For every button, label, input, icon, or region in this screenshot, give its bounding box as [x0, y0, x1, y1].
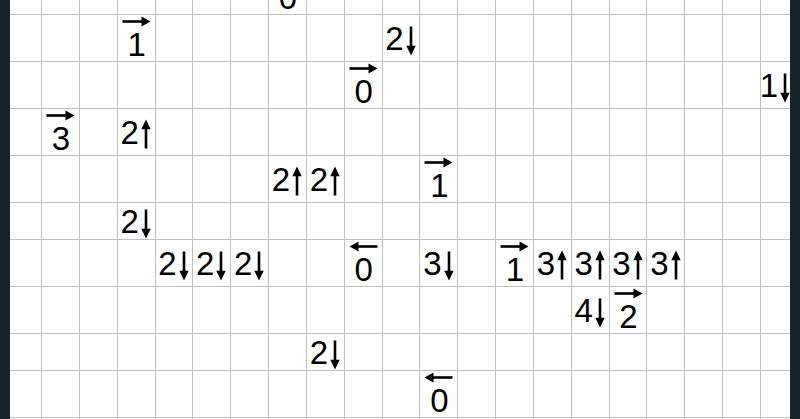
cell-r8-c15[interactable]: [572, 334, 609, 370]
clue-number: 3: [650, 247, 667, 280]
clue-number: 3: [537, 247, 554, 280]
clue-r7-c15: 4: [575, 292, 606, 328]
arrow-up-icon: [556, 250, 568, 281]
cell-r1-c20[interactable]: [761, 15, 790, 61]
cell-r6-c4[interactable]: 2: [156, 240, 193, 286]
cell-r8-c5[interactable]: [193, 334, 230, 370]
cell-r5-c0[interactable]: [10, 203, 41, 239]
cell-r3-c8[interactable]: [307, 109, 344, 155]
cell-r1-c18[interactable]: [685, 15, 722, 61]
arrow-up-icon: [329, 166, 341, 197]
cell-r0-c11[interactable]: [420, 0, 457, 14]
clue-r6-c16: 3: [612, 245, 643, 281]
cell-r3-c2[interactable]: [80, 109, 117, 155]
clue-number: 0: [354, 253, 371, 286]
cell-r4-c8[interactable]: 2: [307, 156, 344, 202]
cell-r0-c0[interactable]: [10, 0, 41, 14]
clue-number: 1: [760, 69, 777, 102]
cell-r4-c16[interactable]: [610, 156, 647, 202]
cell-r3-c19[interactable]: [723, 109, 760, 155]
cell-r2-c15[interactable]: [572, 62, 609, 108]
clue-number: 1: [127, 28, 144, 61]
clue-r2-c9: 0: [349, 62, 378, 108]
cell-r3-c7[interactable]: [269, 109, 306, 155]
arrow-up-icon: [670, 250, 682, 281]
cell-r4-c14[interactable]: [534, 156, 571, 202]
clue-number: 2: [120, 205, 137, 238]
cell-r3-c13[interactable]: [496, 109, 533, 155]
clue-r4-c7: 2: [272, 161, 303, 197]
cell-r9-c8[interactable]: [307, 371, 344, 417]
clue-r6-c9: 0: [349, 240, 378, 286]
cell-r2-c16[interactable]: [610, 62, 647, 108]
cell-r3-c16[interactable]: [610, 109, 647, 155]
puzzle-grid: 01201322212222031333342206221: [10, 0, 790, 419]
cell-r0-c17[interactable]: [647, 0, 684, 14]
clue-r9-c11: 0: [424, 371, 453, 417]
cell-r9-c13[interactable]: [496, 371, 533, 417]
cell-r1-c5[interactable]: [193, 15, 230, 61]
cell-r3-c1[interactable]: 3: [42, 109, 79, 155]
cell-r1-c12[interactable]: [458, 15, 495, 61]
cell-r8-c0[interactable]: [10, 334, 41, 370]
cell-r2-c6[interactable]: [231, 62, 268, 108]
cell-r1-c8[interactable]: [307, 15, 344, 61]
cell-r5-c11[interactable]: [420, 203, 457, 239]
clue-r8-c8: 2: [310, 334, 341, 370]
cell-r0-c9[interactable]: [345, 0, 382, 14]
cell-r1-c16[interactable]: [610, 15, 647, 61]
clue-r6-c11: 3: [423, 245, 454, 281]
cell-r9-c9[interactable]: [345, 371, 382, 417]
cell-r9-c6[interactable]: [231, 371, 268, 417]
clue-r6-c15: 3: [575, 245, 606, 281]
cell-r2-c18[interactable]: [685, 62, 722, 108]
cell-r7-c2[interactable]: [80, 287, 117, 333]
cell-r3-c6[interactable]: [231, 109, 268, 155]
arrow-down-icon: [140, 208, 152, 239]
arrow-down-icon: [443, 250, 455, 281]
cell-r5-c10[interactable]: [383, 203, 420, 239]
cell-r8-c20[interactable]: [761, 334, 790, 370]
cell-r3-c10[interactable]: [383, 109, 420, 155]
cell-r3-c17[interactable]: [647, 109, 684, 155]
arrow-down-icon: [594, 297, 606, 328]
cell-r8-c2[interactable]: [80, 334, 117, 370]
clue-r0-c7: 0: [279, 0, 296, 14]
cell-r7-c13[interactable]: [496, 287, 533, 333]
clue-number: 2: [385, 22, 402, 55]
cell-r0-c8[interactable]: [307, 0, 344, 14]
cell-r0-c1[interactable]: [42, 0, 79, 14]
cell-r4-c20[interactable]: [761, 156, 790, 202]
cell-r2-c17[interactable]: [647, 62, 684, 108]
cell-r5-c13[interactable]: [496, 203, 533, 239]
clue-r5-c3: 2: [120, 203, 151, 239]
cell-r1-c6[interactable]: [231, 15, 268, 61]
cell-r9-c20[interactable]: [761, 371, 790, 417]
cell-r0-c4[interactable]: [156, 0, 193, 14]
cell-r4-c19[interactable]: [723, 156, 760, 202]
cell-r9-c5[interactable]: [193, 371, 230, 417]
cell-r4-c7[interactable]: 2: [269, 156, 306, 202]
cell-r0-c3[interactable]: [118, 0, 155, 14]
cell-r5-c15[interactable]: [572, 203, 609, 239]
cell-r3-c11[interactable]: [420, 109, 457, 155]
cell-r5-c9[interactable]: [345, 203, 382, 239]
cell-r6-c19[interactable]: [723, 240, 760, 286]
cell-r7-c6[interactable]: [231, 287, 268, 333]
cell-r2-c3[interactable]: [118, 62, 155, 108]
cell-r4-c5[interactable]: [193, 156, 230, 202]
cell-r3-c5[interactable]: [193, 109, 230, 155]
cell-r5-c19[interactable]: [723, 203, 760, 239]
cell-r4-c3[interactable]: [118, 156, 155, 202]
cell-r9-c12[interactable]: [458, 371, 495, 417]
cell-r2-c20[interactable]: 1: [761, 62, 790, 108]
cell-r1-c10[interactable]: 2: [383, 15, 420, 61]
cell-r8-c16[interactable]: [610, 334, 647, 370]
cell-r8-c18[interactable]: [685, 334, 722, 370]
puzzle-board: 01201322212222031333342206221: [0, 0, 800, 419]
cell-r9-c18[interactable]: [685, 371, 722, 417]
cell-r9-c7[interactable]: [269, 371, 306, 417]
cell-r0-c19[interactable]: [723, 0, 760, 14]
cell-r2-c1[interactable]: [42, 62, 79, 108]
clue-r2-c20: 1: [760, 67, 791, 103]
cell-r5-c12[interactable]: [458, 203, 495, 239]
cell-r7-c10[interactable]: [383, 287, 420, 333]
cell-r6-c5[interactable]: 2: [193, 240, 230, 286]
clue-number: 1: [430, 169, 447, 202]
clue-r1-c10: 2: [385, 20, 416, 56]
clue-r6-c4: 2: [158, 245, 189, 281]
cell-r9-c1[interactable]: [42, 371, 79, 417]
cell-r6-c18[interactable]: [685, 240, 722, 286]
cell-r5-c6[interactable]: [231, 203, 268, 239]
clue-r6-c17: 3: [650, 245, 681, 281]
cell-r9-c4[interactable]: [156, 371, 193, 417]
cell-r4-c15[interactable]: [572, 156, 609, 202]
clue-number: 1: [506, 253, 523, 286]
cell-r2-c8[interactable]: [307, 62, 344, 108]
cell-r4-c13[interactable]: [496, 156, 533, 202]
cell-r5-c14[interactable]: [534, 203, 571, 239]
cell-r8-c1[interactable]: [42, 334, 79, 370]
cell-r4-c0[interactable]: [10, 156, 41, 202]
cell-r3-c0[interactable]: [10, 109, 41, 155]
cell-r8-c12[interactable]: [458, 334, 495, 370]
cell-r0-c16[interactable]: [610, 0, 647, 14]
cell-r5-c1[interactable]: [42, 203, 79, 239]
cell-r8-c10[interactable]: [383, 334, 420, 370]
cell-r3-c9[interactable]: [345, 109, 382, 155]
cell-r6-c9[interactable]: 0: [345, 240, 382, 286]
cell-r8-c11[interactable]: [420, 334, 457, 370]
cell-r1-c9[interactable]: [345, 15, 382, 61]
cell-r9-c15[interactable]: [572, 371, 609, 417]
cell-r8-c7[interactable]: [269, 334, 306, 370]
cell-r7-c16[interactable]: 2: [610, 287, 647, 333]
cell-r6-c11[interactable]: 3: [420, 240, 457, 286]
cell-r1-c1[interactable]: [42, 15, 79, 61]
cell-r1-c13[interactable]: [496, 15, 533, 61]
cell-r5-c17[interactable]: [647, 203, 684, 239]
cell-r4-c9[interactable]: [345, 156, 382, 202]
clue-r6-c6: 2: [234, 245, 265, 281]
cell-r3-c20[interactable]: [761, 109, 790, 155]
cell-r7-c14[interactable]: [534, 287, 571, 333]
arrow-down-icon: [178, 250, 190, 281]
clue-number: 3: [575, 247, 592, 280]
cell-r7-c18[interactable]: [685, 287, 722, 333]
cell-r7-c4[interactable]: [156, 287, 193, 333]
cell-r7-c9[interactable]: [345, 287, 382, 333]
arrow-down-icon: [405, 25, 417, 56]
cell-r4-c12[interactable]: [458, 156, 495, 202]
cell-r0-c5[interactable]: [193, 0, 230, 14]
cell-r6-c12[interactable]: [458, 240, 495, 286]
cell-r4-c18[interactable]: [685, 156, 722, 202]
cell-r8-c13[interactable]: [496, 334, 533, 370]
cell-r9-c3[interactable]: [118, 371, 155, 417]
arrow-up-icon: [594, 250, 606, 281]
clue-number: 3: [423, 247, 440, 280]
cell-r6-c0[interactable]: [10, 240, 41, 286]
clue-r6-c5: 2: [196, 245, 227, 281]
cell-r7-c5[interactable]: [193, 287, 230, 333]
cell-r9-c11[interactable]: 0: [420, 371, 457, 417]
clue-number: 0: [430, 384, 447, 417]
cell-r6-c16[interactable]: 3: [610, 240, 647, 286]
cell-r2-c10[interactable]: [383, 62, 420, 108]
left-border-bar: [0, 0, 10, 419]
clue-number: 2: [619, 300, 636, 333]
clue-number: 2: [272, 163, 289, 196]
cell-r0-c7[interactable]: 0: [269, 0, 306, 14]
cell-r1-c4[interactable]: [156, 15, 193, 61]
cell-r6-c13[interactable]: 1: [496, 240, 533, 286]
cell-r2-c12[interactable]: [458, 62, 495, 108]
cell-r7-c8[interactable]: [307, 287, 344, 333]
clue-number: 2: [158, 247, 175, 280]
cell-r7-c20[interactable]: [761, 287, 790, 333]
cell-r6-c3[interactable]: [118, 240, 155, 286]
cell-r7-c15[interactable]: 4: [572, 287, 609, 333]
cell-r4-c1[interactable]: [42, 156, 79, 202]
cell-r6-c14[interactable]: 3: [534, 240, 571, 286]
cell-r1-c15[interactable]: [572, 15, 609, 61]
cell-r7-c11[interactable]: [420, 287, 457, 333]
cell-r0-c18[interactable]: [685, 0, 722, 14]
clue-r3-c3: 2: [120, 114, 151, 150]
cell-r0-c15[interactable]: [572, 0, 609, 14]
cell-r3-c12[interactable]: [458, 109, 495, 155]
cell-r5-c3[interactable]: 2: [118, 203, 155, 239]
cell-r8-c9[interactable]: [345, 334, 382, 370]
clue-r3-c1: 3: [46, 109, 75, 155]
cell-r4-c10[interactable]: [383, 156, 420, 202]
cell-r4-c17[interactable]: [647, 156, 684, 202]
cell-r8-c19[interactable]: [723, 334, 760, 370]
cell-r6-c2[interactable]: [80, 240, 117, 286]
clue-number: 2: [310, 336, 327, 369]
cell-r5-c8[interactable]: [307, 203, 344, 239]
cell-r7-c19[interactable]: [723, 287, 760, 333]
cell-r6-c15[interactable]: 3: [572, 240, 609, 286]
cell-r1-c11[interactable]: [420, 15, 457, 61]
clue-number: 4: [575, 294, 592, 327]
cell-r8-c4[interactable]: [156, 334, 193, 370]
cell-r5-c2[interactable]: [80, 203, 117, 239]
arrow-down-icon: [329, 339, 341, 370]
clue-number: 0: [354, 75, 371, 108]
cell-r2-c2[interactable]: [80, 62, 117, 108]
cell-r6-c1[interactable]: [42, 240, 79, 286]
cell-r5-c7[interactable]: [269, 203, 306, 239]
clue-number: 2: [310, 163, 327, 196]
cell-r3-c14[interactable]: [534, 109, 571, 155]
cell-r1-c17[interactable]: [647, 15, 684, 61]
clue-number: 0: [279, 0, 296, 14]
cell-r2-c11[interactable]: [420, 62, 457, 108]
cell-r8-c3[interactable]: [118, 334, 155, 370]
cell-r4-c2[interactable]: [80, 156, 117, 202]
cell-r8-c8[interactable]: 2: [307, 334, 344, 370]
cell-r8-c14[interactable]: [534, 334, 571, 370]
cell-r3-c15[interactable]: [572, 109, 609, 155]
cell-r4-c4[interactable]: [156, 156, 193, 202]
right-border-bar: [790, 0, 800, 419]
clue-number: 3: [612, 247, 629, 280]
cell-r5-c20[interactable]: [761, 203, 790, 239]
cell-r9-c0[interactable]: [10, 371, 41, 417]
cell-r9-c10[interactable]: [383, 371, 420, 417]
arrow-up-icon: [632, 250, 644, 281]
cell-r0-c14[interactable]: [534, 0, 571, 14]
clue-r4-c11: 1: [424, 156, 453, 202]
cell-r7-c3[interactable]: [118, 287, 155, 333]
cell-r7-c0[interactable]: [10, 287, 41, 333]
cell-r3-c3[interactable]: 2: [118, 109, 155, 155]
clue-number: 3: [52, 122, 69, 155]
cell-r5-c4[interactable]: [156, 203, 193, 239]
cell-r4-c6[interactable]: [231, 156, 268, 202]
cell-r4-c11[interactable]: 1: [420, 156, 457, 202]
cell-r6-c6[interactable]: 2: [231, 240, 268, 286]
arrow-up-icon: [291, 166, 303, 197]
clue-number: 2: [120, 116, 137, 149]
cell-r1-c14[interactable]: [534, 15, 571, 61]
cell-r6-c8[interactable]: [307, 240, 344, 286]
cell-r5-c18[interactable]: [685, 203, 722, 239]
cell-r2-c13[interactable]: [496, 62, 533, 108]
cell-r5-c16[interactable]: [610, 203, 647, 239]
clue-r6-c14: 3: [537, 245, 568, 281]
cell-r6-c10[interactable]: [383, 240, 420, 286]
cell-r2-c14[interactable]: [534, 62, 571, 108]
clue-r6-c13: 1: [500, 240, 529, 286]
cell-r6-c17[interactable]: 3: [647, 240, 684, 286]
arrow-down-icon: [215, 250, 227, 281]
cell-r1-c7[interactable]: [269, 15, 306, 61]
cell-r2-c7[interactable]: [269, 62, 306, 108]
cell-r6-c7[interactable]: [269, 240, 306, 286]
cell-r7-c12[interactable]: [458, 287, 495, 333]
cell-r1-c2[interactable]: [80, 15, 117, 61]
clue-r4-c8: 2: [310, 161, 341, 197]
arrow-down-icon: [253, 250, 265, 281]
cell-r2-c19[interactable]: [723, 62, 760, 108]
cell-r3-c18[interactable]: [685, 109, 722, 155]
clue-r7-c16: 2: [614, 287, 643, 333]
cell-r7-c7[interactable]: [269, 287, 306, 333]
cell-r0-c20[interactable]: [761, 0, 790, 14]
cell-r1-c19[interactable]: [723, 15, 760, 61]
cell-r2-c9[interactable]: 0: [345, 62, 382, 108]
cell-r9-c14[interactable]: [534, 371, 571, 417]
clue-r1-c3: 1: [122, 15, 151, 61]
cell-r8-c6[interactable]: [231, 334, 268, 370]
clue-number: 2: [234, 247, 251, 280]
clue-number: 2: [196, 247, 213, 280]
cell-r7-c1[interactable]: [42, 287, 79, 333]
cell-r9-c2[interactable]: [80, 371, 117, 417]
cell-r0-c10[interactable]: [383, 0, 420, 14]
arrow-up-icon: [140, 119, 152, 150]
cell-r0-c13[interactable]: [496, 0, 533, 14]
cell-r9-c16[interactable]: [610, 371, 647, 417]
cell-r5-c5[interactable]: [193, 203, 230, 239]
cell-r9-c17[interactable]: [647, 371, 684, 417]
cell-r0-c12[interactable]: [458, 0, 495, 14]
cell-r2-c4[interactable]: [156, 62, 193, 108]
cell-r2-c5[interactable]: [193, 62, 230, 108]
cell-r0-c6[interactable]: [231, 0, 268, 14]
cell-r7-c17[interactable]: [647, 287, 684, 333]
cell-r3-c4[interactable]: [156, 109, 193, 155]
cell-r2-c0[interactable]: [10, 62, 41, 108]
cell-r6-c20[interactable]: [761, 240, 790, 286]
cell-r1-c0[interactable]: [10, 15, 41, 61]
cell-r1-c3[interactable]: 1: [118, 15, 155, 61]
cell-r0-c2[interactable]: [80, 0, 117, 14]
cell-r8-c17[interactable]: [647, 334, 684, 370]
cell-r9-c19[interactable]: [723, 371, 760, 417]
